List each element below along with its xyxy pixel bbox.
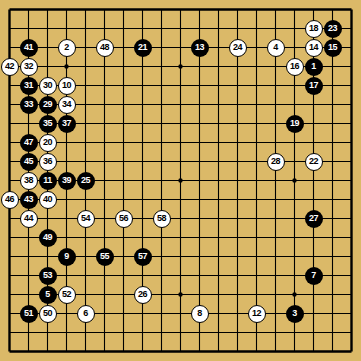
stone-white-26: 26 bbox=[134, 286, 152, 304]
stone-black-7: 7 bbox=[305, 267, 323, 285]
stone-white-50: 50 bbox=[39, 305, 57, 323]
stone-black-37: 37 bbox=[58, 115, 76, 133]
stone-white-20: 20 bbox=[39, 134, 57, 152]
go-board: 1234567891011121314151617181920212223242… bbox=[0, 0, 361, 361]
stone-black-29: 29 bbox=[39, 96, 57, 114]
stone-white-32: 32 bbox=[20, 58, 38, 76]
stone-black-39: 39 bbox=[58, 172, 76, 190]
stones-layer: 1234567891011121314151617181920212223242… bbox=[0, 0, 361, 361]
stone-white-40: 40 bbox=[39, 191, 57, 209]
stone-white-10: 10 bbox=[58, 77, 76, 95]
stone-white-58: 58 bbox=[153, 210, 171, 228]
stone-black-47: 47 bbox=[20, 134, 38, 152]
stone-black-53: 53 bbox=[39, 267, 57, 285]
stone-white-4: 4 bbox=[267, 39, 285, 57]
stone-white-16: 16 bbox=[286, 58, 304, 76]
stone-white-34: 34 bbox=[58, 96, 76, 114]
stone-white-24: 24 bbox=[229, 39, 247, 57]
stone-black-27: 27 bbox=[305, 210, 323, 228]
stone-black-9: 9 bbox=[58, 248, 76, 266]
stone-white-54: 54 bbox=[77, 210, 95, 228]
stone-black-31: 31 bbox=[20, 77, 38, 95]
stone-black-17: 17 bbox=[305, 77, 323, 95]
stone-black-35: 35 bbox=[39, 115, 57, 133]
stone-white-22: 22 bbox=[305, 153, 323, 171]
stone-white-6: 6 bbox=[77, 305, 95, 323]
stone-white-14: 14 bbox=[305, 39, 323, 57]
stone-white-36: 36 bbox=[39, 153, 57, 171]
stone-black-57: 57 bbox=[134, 248, 152, 266]
stone-white-42: 42 bbox=[1, 58, 19, 76]
stone-black-15: 15 bbox=[324, 39, 342, 57]
stone-black-11: 11 bbox=[39, 172, 57, 190]
stone-black-5: 5 bbox=[39, 286, 57, 304]
stone-black-51: 51 bbox=[20, 305, 38, 323]
stone-black-19: 19 bbox=[286, 115, 304, 133]
stone-black-41: 41 bbox=[20, 39, 38, 57]
stone-black-21: 21 bbox=[134, 39, 152, 57]
stone-white-44: 44 bbox=[20, 210, 38, 228]
stone-white-56: 56 bbox=[115, 210, 133, 228]
stone-black-1: 1 bbox=[305, 58, 323, 76]
stone-white-30: 30 bbox=[39, 77, 57, 95]
stone-white-46: 46 bbox=[1, 191, 19, 209]
stone-white-12: 12 bbox=[248, 305, 266, 323]
stone-black-3: 3 bbox=[286, 305, 304, 323]
stone-white-2: 2 bbox=[58, 39, 76, 57]
stone-black-33: 33 bbox=[20, 96, 38, 114]
stone-white-52: 52 bbox=[58, 286, 76, 304]
stone-black-13: 13 bbox=[191, 39, 209, 57]
stone-white-48: 48 bbox=[96, 39, 114, 57]
stone-black-45: 45 bbox=[20, 153, 38, 171]
stone-black-49: 49 bbox=[39, 229, 57, 247]
stone-black-23: 23 bbox=[324, 20, 342, 38]
stone-black-55: 55 bbox=[96, 248, 114, 266]
stone-black-25: 25 bbox=[77, 172, 95, 190]
stone-white-8: 8 bbox=[191, 305, 209, 323]
stone-white-38: 38 bbox=[20, 172, 38, 190]
stone-white-28: 28 bbox=[267, 153, 285, 171]
stone-black-43: 43 bbox=[20, 191, 38, 209]
stone-white-18: 18 bbox=[305, 20, 323, 38]
